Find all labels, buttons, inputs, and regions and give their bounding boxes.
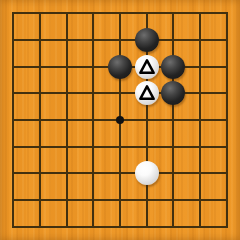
triangle-mark: [137, 83, 157, 103]
star-point: [116, 116, 124, 124]
grid-line-vertical: [199, 12, 201, 227]
white-stone: [135, 81, 159, 105]
grid-line-horizontal: [12, 226, 227, 228]
triangle-mark: [137, 57, 157, 77]
grid-line-vertical: [226, 12, 228, 227]
grid-line-horizontal: [12, 146, 227, 148]
grid-line-horizontal: [12, 199, 227, 201]
grid-line-horizontal: [12, 172, 227, 174]
black-stone: [108, 55, 132, 79]
black-stone: [161, 81, 185, 105]
white-stone: [135, 55, 159, 79]
grid-line-vertical: [172, 12, 174, 227]
black-stone: [161, 55, 185, 79]
black-stone: [135, 28, 159, 52]
white-stone: [135, 161, 159, 185]
go-board[interactable]: [0, 0, 240, 240]
